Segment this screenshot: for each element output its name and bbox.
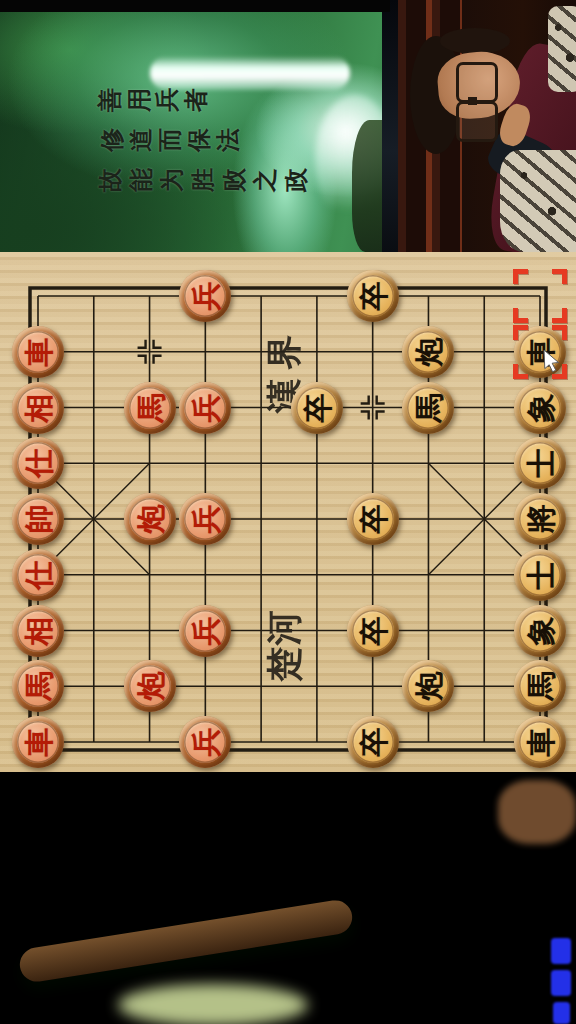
piece-black-horse[interactable]: 馬 bbox=[402, 382, 454, 434]
piece-black-cannon[interactable]: 炮 bbox=[402, 326, 454, 378]
calligraphy-char: 兵 bbox=[155, 88, 179, 112]
calligraphy-char: 善 bbox=[98, 88, 122, 112]
piece-glyph: 車 bbox=[17, 721, 59, 763]
calligraphy-char: 法 bbox=[216, 128, 240, 152]
piece-glyph: 兵 bbox=[184, 275, 226, 317]
webcam-feed bbox=[398, 0, 576, 252]
piece-glyph: 仕 bbox=[17, 554, 59, 596]
calligraphy-char: 而 bbox=[158, 128, 182, 152]
watermark-text bbox=[553, 1002, 570, 1024]
piece-glyph: 兵 bbox=[184, 387, 226, 429]
calligraphy-char: 为 bbox=[160, 168, 184, 192]
watermark-text bbox=[551, 938, 571, 964]
piece-face: 卒 bbox=[296, 387, 338, 429]
piece-glyph: 兵 bbox=[184, 498, 226, 540]
calligraphy-char: 保 bbox=[187, 128, 211, 152]
piece-glyph: 車 bbox=[17, 331, 59, 373]
calligraphy-char: 者 bbox=[184, 88, 208, 112]
piece-glyph: 馬 bbox=[129, 387, 171, 429]
piece-face: 卒 bbox=[352, 275, 394, 317]
piece-face: 相 bbox=[17, 610, 59, 652]
top-black-bar bbox=[0, 0, 390, 12]
piece-black-soldier[interactable]: 卒 bbox=[347, 270, 399, 322]
glasses-bridge bbox=[468, 97, 477, 105]
piece-face: 相 bbox=[17, 387, 59, 429]
piece-face: 馬 bbox=[17, 665, 59, 707]
piece-face: 兵 bbox=[184, 721, 226, 763]
piece-black-advisor[interactable]: 士 bbox=[514, 437, 566, 489]
piece-glyph: 相 bbox=[17, 610, 59, 652]
piece-glyph: 士 bbox=[519, 442, 561, 484]
piece-red-advisor[interactable]: 仕 bbox=[12, 437, 64, 489]
streamer-scarf-lower bbox=[500, 150, 576, 252]
piece-glyph: 帥 bbox=[17, 498, 59, 540]
piece-glyph: 士 bbox=[519, 554, 561, 596]
piece-glyph: 馬 bbox=[17, 665, 59, 707]
board-grid bbox=[0, 252, 576, 772]
waterfall bbox=[150, 56, 350, 90]
glasses-lens bbox=[456, 101, 498, 142]
piece-face: 車 bbox=[17, 721, 59, 763]
streamer-scarf-upper bbox=[548, 6, 576, 92]
piece-red-advisor[interactable]: 仕 bbox=[12, 549, 64, 601]
piece-red-soldier[interactable]: 兵 bbox=[179, 382, 231, 434]
piece-face: 象 bbox=[519, 387, 561, 429]
piece-glyph: 卒 bbox=[352, 498, 394, 540]
piece-face: 仕 bbox=[17, 442, 59, 484]
piece-glyph: 卒 bbox=[296, 387, 338, 429]
streamer-hair bbox=[440, 28, 510, 54]
piece-glyph: 卒 bbox=[352, 610, 394, 652]
piece-red-cannon[interactable]: 炮 bbox=[124, 493, 176, 545]
river-char: 界 bbox=[264, 332, 304, 372]
calligraphy-char: 能 bbox=[129, 168, 153, 192]
piece-black-soldier[interactable]: 卒 bbox=[291, 382, 343, 434]
piece-face: 車 bbox=[17, 331, 59, 373]
piece-face: 兵 bbox=[184, 610, 226, 652]
piece-glyph: 車 bbox=[519, 721, 561, 763]
piece-face: 兵 bbox=[184, 498, 226, 540]
piece-face: 馬 bbox=[129, 387, 171, 429]
glasses-lens bbox=[456, 62, 498, 103]
piece-face: 馬 bbox=[519, 665, 561, 707]
calligraphy-char: 败 bbox=[222, 168, 246, 192]
piece-glyph: 卒 bbox=[352, 721, 394, 763]
piece-glyph: 馬 bbox=[407, 387, 449, 429]
piece-face: 士 bbox=[519, 554, 561, 596]
piece-black-cannon[interactable]: 炮 bbox=[402, 660, 454, 712]
calligraphy-char: 政 bbox=[284, 168, 308, 192]
piece-black-general[interactable]: 將 bbox=[514, 493, 566, 545]
calligraphy-char: 胜 bbox=[191, 168, 215, 192]
piece-face: 兵 bbox=[184, 387, 226, 429]
scenery-bottom bbox=[0, 772, 576, 1024]
piece-glyph: 象 bbox=[519, 387, 561, 429]
river-char: 河 bbox=[264, 608, 304, 648]
tree-trunk bbox=[17, 898, 354, 984]
piece-face: 象 bbox=[519, 610, 561, 652]
piece-red-horse[interactable]: 馬 bbox=[12, 660, 64, 712]
piece-black-advisor[interactable]: 士 bbox=[514, 549, 566, 601]
piece-black-chariot[interactable]: 車 bbox=[514, 716, 566, 768]
piece-glyph: 炮 bbox=[407, 331, 449, 373]
last-move-marker bbox=[513, 269, 567, 323]
river-char: 楚 bbox=[264, 644, 304, 684]
piece-glyph: 炮 bbox=[129, 665, 171, 707]
piece-glyph: 兵 bbox=[184, 721, 226, 763]
piece-black-soldier[interactable]: 卒 bbox=[347, 716, 399, 768]
xiangqi-board[interactable]: 界漢河楚 車相仕帥仕相馬車馬炮炮兵兵兵兵兵卒卒卒卒卒炮馬炮車象士將士象馬車 bbox=[0, 252, 576, 772]
piece-red-cannon[interactable]: 炮 bbox=[124, 660, 176, 712]
piece-glyph: 象 bbox=[519, 610, 561, 652]
video-frame: 善用兵者修道而保法故能为胜败之政 界漢河楚 車相仕帥仕相馬車馬炮炮兵兵兵兵兵卒卒… bbox=[0, 0, 576, 1024]
mouse-cursor bbox=[543, 350, 563, 373]
watermark-text bbox=[551, 970, 571, 996]
calligraphy-char: 故 bbox=[98, 168, 122, 192]
piece-face: 車 bbox=[519, 721, 561, 763]
piece-face: 炮 bbox=[407, 331, 449, 373]
piece-red-general[interactable]: 帥 bbox=[12, 493, 64, 545]
piece-face: 士 bbox=[519, 442, 561, 484]
piece-red-soldier[interactable]: 兵 bbox=[179, 493, 231, 545]
piece-glyph: 仕 bbox=[17, 442, 59, 484]
piece-glyph: 相 bbox=[17, 387, 59, 429]
scene-webcam-divider bbox=[382, 0, 398, 252]
piece-red-soldier[interactable]: 兵 bbox=[179, 270, 231, 322]
calligraphy-char: 用 bbox=[127, 88, 151, 112]
piece-red-chariot[interactable]: 車 bbox=[12, 716, 64, 768]
piece-face: 卒 bbox=[352, 721, 394, 763]
piece-black-elephant[interactable]: 象 bbox=[514, 382, 566, 434]
piece-red-soldier[interactable]: 兵 bbox=[179, 605, 231, 657]
piece-face: 炮 bbox=[129, 665, 171, 707]
piece-black-elephant[interactable]: 象 bbox=[514, 605, 566, 657]
piece-face: 將 bbox=[519, 498, 561, 540]
piece-red-chariot[interactable]: 車 bbox=[12, 326, 64, 378]
calligraphy-char: 修 bbox=[100, 128, 124, 152]
piece-glyph: 炮 bbox=[407, 665, 449, 707]
piece-face: 仕 bbox=[17, 554, 59, 596]
piece-black-horse[interactable]: 馬 bbox=[514, 660, 566, 712]
piece-glyph: 炮 bbox=[129, 498, 171, 540]
piece-red-soldier[interactable]: 兵 bbox=[179, 716, 231, 768]
piece-black-soldier[interactable]: 卒 bbox=[347, 493, 399, 545]
piece-black-soldier[interactable]: 卒 bbox=[347, 605, 399, 657]
piece-face: 卒 bbox=[352, 498, 394, 540]
piece-red-horse[interactable]: 馬 bbox=[124, 382, 176, 434]
piece-face: 炮 bbox=[129, 498, 171, 540]
calligraphy-char: 道 bbox=[129, 128, 153, 152]
branch bbox=[498, 780, 576, 844]
piece-glyph: 馬 bbox=[519, 665, 561, 707]
piece-red-elephant[interactable]: 相 bbox=[12, 605, 64, 657]
sunlit-patch bbox=[118, 984, 308, 1024]
piece-face: 炮 bbox=[407, 665, 449, 707]
piece-glyph: 將 bbox=[519, 498, 561, 540]
hanging-leaves bbox=[448, 830, 564, 1006]
piece-glyph: 卒 bbox=[352, 275, 394, 317]
calligraphy-char: 之 bbox=[253, 168, 277, 192]
piece-glyph: 兵 bbox=[184, 610, 226, 652]
piece-face: 兵 bbox=[184, 275, 226, 317]
piece-red-elephant[interactable]: 相 bbox=[12, 382, 64, 434]
piece-face: 帥 bbox=[17, 498, 59, 540]
piece-face: 卒 bbox=[352, 610, 394, 652]
piece-face: 馬 bbox=[407, 387, 449, 429]
